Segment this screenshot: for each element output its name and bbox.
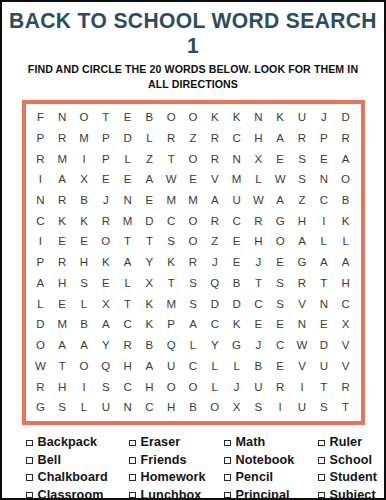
grid-cell[interactable]: C	[313, 190, 335, 211]
grid-cell[interactable]: H	[51, 376, 73, 397]
word-label: Ruler	[330, 435, 363, 449]
word-label: Principal	[236, 488, 290, 500]
grid-cell[interactable]: P	[30, 252, 52, 273]
grid-cell[interactable]: L	[138, 127, 160, 148]
grid-cell[interactable]: I	[30, 169, 52, 190]
grid-cell[interactable]: D	[138, 210, 160, 231]
grid-cell[interactable]: L	[204, 376, 226, 397]
word-list-item: Eraser	[129, 434, 224, 451]
grid-cell[interactable]: M	[226, 169, 248, 190]
grid-cell[interactable]: R	[95, 210, 117, 231]
word-label: Backpack	[38, 435, 98, 449]
word-checkbox[interactable]	[224, 474, 231, 481]
grid-cell[interactable]: W	[269, 169, 291, 190]
grid-cell[interactable]: A	[291, 231, 313, 252]
grid-cell[interactable]: C	[335, 293, 357, 314]
word-list-column: BackpackBellChalkboardClassroomDesk	[26, 434, 129, 500]
word-list-item: Bell	[26, 451, 129, 468]
grid-cell[interactable]: O	[182, 148, 204, 169]
grid-cell[interactable]: R	[335, 376, 357, 397]
grid-cell[interactable]: T	[117, 231, 139, 252]
word-checkbox[interactable]	[224, 440, 231, 447]
grid-cell[interactable]: O	[73, 356, 95, 377]
grid-cell[interactable]: L	[117, 273, 139, 294]
grid-cell[interactable]: C	[269, 335, 291, 356]
word-checkbox[interactable]	[318, 492, 325, 499]
grid-cell[interactable]: X	[73, 169, 95, 190]
word-list-item: Classroom	[26, 486, 129, 500]
grid-cell[interactable]: A	[138, 169, 160, 190]
grid-cell[interactable]: E	[182, 169, 204, 190]
grid-cell[interactable]: J	[313, 107, 335, 128]
grid-cell[interactable]: P	[160, 314, 182, 335]
word-list-item: Ruler	[318, 434, 378, 451]
grid-cell[interactable]: N	[313, 169, 335, 190]
grid-cell[interactable]: L	[335, 231, 357, 252]
grid-cell[interactable]: Q	[160, 335, 182, 356]
grid-cell[interactable]: O	[160, 376, 182, 397]
grid-cell[interactable]: K	[204, 107, 226, 128]
grid-cell[interactable]: S	[182, 273, 204, 294]
grid-cell[interactable]: E	[269, 356, 291, 377]
grid-cell[interactable]: Y	[95, 335, 117, 356]
grid-cell[interactable]: R	[182, 252, 204, 273]
grid-cell[interactable]: T	[117, 293, 139, 314]
grid-cell[interactable]: I	[313, 210, 335, 231]
grid-cell[interactable]: K	[269, 107, 291, 128]
grid-cell[interactable]: X	[95, 293, 117, 314]
word-label: Friends	[141, 453, 187, 467]
grid-cell[interactable]: C	[226, 127, 248, 148]
grid-cell[interactable]: L	[226, 356, 248, 377]
grid-cell[interactable]: O	[30, 335, 52, 356]
grid-cell[interactable]: K	[335, 210, 357, 231]
grid-cell[interactable]: H	[51, 273, 73, 294]
grid-cell[interactable]: X	[247, 148, 269, 169]
page-title: BACK TO SCHOOL WORD SEARCH 1	[2, 8, 384, 59]
word-label: Pencil	[236, 470, 274, 484]
grid-cell[interactable]: T	[160, 273, 182, 294]
grid-cell[interactable]: E	[51, 231, 73, 252]
grid-cell[interactable]: C	[30, 210, 52, 231]
grid-cell[interactable]: M	[51, 148, 73, 169]
grid-cell[interactable]: N	[51, 107, 73, 128]
grid-cell[interactable]: I	[291, 376, 313, 397]
grid-cell[interactable]: N	[226, 148, 248, 169]
word-checkbox[interactable]	[129, 457, 136, 464]
grid-cell[interactable]: L	[182, 335, 204, 356]
grid-cell[interactable]: H	[117, 356, 139, 377]
grid-cell[interactable]: W	[160, 169, 182, 190]
grid-cell[interactable]: E	[73, 231, 95, 252]
grid-cell[interactable]: U	[313, 356, 335, 377]
grid-cell[interactable]: K	[51, 210, 73, 231]
grid-cell[interactable]: R	[30, 376, 52, 397]
grid-cell[interactable]: F	[30, 107, 52, 128]
grid-cell[interactable]: Y	[138, 252, 160, 273]
grid-cell[interactable]: T	[95, 107, 117, 128]
grid-cell[interactable]: B	[73, 190, 95, 211]
grid-cell[interactable]: C	[204, 314, 226, 335]
grid-cell[interactable]: U	[160, 356, 182, 377]
grid-cell[interactable]: J	[204, 252, 226, 273]
grid-cell[interactable]: Z	[138, 148, 160, 169]
grid-cell[interactable]: O	[182, 107, 204, 128]
grid-cell[interactable]: V	[204, 169, 226, 190]
word-search-grid[interactable]: FNOTEBOOKKNKUJDPRMPDLRZRCHARPRRMIPLZTORN…	[22, 100, 365, 425]
grid-cell[interactable]: S	[51, 397, 73, 418]
grid-cell[interactable]: A	[95, 314, 117, 335]
grid-cell[interactable]: R	[291, 273, 313, 294]
word-list-item: Subject	[318, 486, 378, 500]
grid-cell[interactable]: O	[182, 231, 204, 252]
grid-cell[interactable]: B	[138, 335, 160, 356]
worksheet-page: BACK TO SCHOOL WORD SEARCH 1 FIND AND CI…	[2, 9, 384, 500]
word-label: Lunchbox	[141, 488, 202, 500]
grid-cell[interactable]: R	[204, 127, 226, 148]
grid-cell[interactable]: O	[182, 376, 204, 397]
grid-cell[interactable]: L	[117, 148, 139, 169]
grid-cell[interactable]: R	[291, 127, 313, 148]
grid-cell[interactable]: S	[95, 376, 117, 397]
grid-cell[interactable]: D	[335, 107, 357, 128]
grid-cell[interactable]: D	[226, 293, 248, 314]
grid-cell[interactable]: K	[160, 252, 182, 273]
word-label: Chalkboard	[38, 470, 108, 484]
grid-cell[interactable]: L	[313, 231, 335, 252]
word-list-item: Principal	[224, 486, 318, 500]
word-checkbox[interactable]	[318, 474, 325, 481]
grid-cell[interactable]: Z	[182, 127, 204, 148]
grid-cell[interactable]: J	[95, 190, 117, 211]
grid-cell[interactable]: N	[117, 397, 139, 418]
grid-cell[interactable]: U	[291, 397, 313, 418]
word-list-item: Backpack	[26, 434, 129, 451]
word-list-item: Chalkboard	[26, 469, 129, 486]
grid-cell[interactable]: A	[335, 252, 357, 273]
grid-cell[interactable]: B	[138, 107, 160, 128]
grid-cell[interactable]: R	[335, 127, 357, 148]
grid-cell[interactable]: T	[247, 273, 269, 294]
word-checkbox[interactable]	[129, 440, 136, 447]
word-label: Math	[236, 435, 266, 449]
word-checkbox[interactable]	[26, 474, 33, 481]
grid-cell[interactable]: O	[73, 107, 95, 128]
grid-cell[interactable]: T	[335, 397, 357, 418]
instructions-text: FIND AND CIRCLE THE 20 WORDS BELOW. LOOK…	[22, 62, 364, 93]
grid-cell[interactable]: L	[73, 293, 95, 314]
word-checkbox[interactable]	[26, 457, 33, 464]
word-checkbox[interactable]	[26, 440, 33, 447]
grid-cell[interactable]: H	[291, 210, 313, 231]
grid-cell[interactable]: C	[160, 210, 182, 231]
word-checkbox[interactable]	[26, 492, 33, 499]
grid-cell[interactable]: C	[117, 376, 139, 397]
grid-cell[interactable]: Z	[291, 190, 313, 211]
grid-cell[interactable]: D	[117, 127, 139, 148]
grid-cell[interactable]: C	[226, 210, 248, 231]
word-list: BackpackBellChalkboardClassroomDeskErase…	[26, 434, 372, 500]
grid-cell[interactable]: E	[269, 314, 291, 335]
grid-cell[interactable]: E	[313, 314, 335, 335]
grid-cell[interactable]: P	[95, 148, 117, 169]
word-list-item: Lunchbox	[129, 486, 224, 500]
grid-cell[interactable]: O	[269, 231, 291, 252]
grid-cell[interactable]: C	[117, 314, 139, 335]
grid-cell[interactable]: E	[138, 190, 160, 211]
grid-cell[interactable]: X	[226, 397, 248, 418]
grid-cell[interactable]: E	[247, 314, 269, 335]
word-checkbox[interactable]	[318, 440, 325, 447]
grid-cell[interactable]: K	[138, 314, 160, 335]
word-list-item: Pencil	[224, 469, 318, 486]
grid-cell[interactable]: S	[291, 169, 313, 190]
grid-cell[interactable]: K	[226, 314, 248, 335]
grid-cell[interactable]: M	[73, 127, 95, 148]
grid-cell[interactable]: S	[269, 273, 291, 294]
grid-cell[interactable]: N	[291, 314, 313, 335]
grid-cell[interactable]: K	[95, 252, 117, 273]
word-label: Student	[330, 470, 378, 484]
grid-cell[interactable]: R	[247, 210, 269, 231]
grid-cell[interactable]: A	[117, 252, 139, 273]
grid-cell[interactable]: O	[204, 397, 226, 418]
grid-cell[interactable]: B	[247, 356, 269, 377]
grid-cell[interactable]: E	[226, 231, 248, 252]
grid-cell[interactable]: V	[335, 356, 357, 377]
grid-cell[interactable]: N	[30, 190, 52, 211]
grid-cell[interactable]: P	[95, 127, 117, 148]
word-list-item: School	[318, 451, 378, 468]
grid-cell[interactable]: M	[51, 314, 73, 335]
word-checkbox[interactable]	[129, 474, 136, 481]
grid-cell[interactable]: Q	[204, 273, 226, 294]
grid-cell[interactable]: D	[204, 293, 226, 314]
grid-cell[interactable]: O	[182, 210, 204, 231]
word-checkbox[interactable]	[129, 492, 136, 499]
grid-cell[interactable]: I	[73, 376, 95, 397]
grid-cell[interactable]: N	[313, 293, 335, 314]
grid-cell[interactable]: R	[51, 190, 73, 211]
grid-cell[interactable]: L	[247, 169, 269, 190]
grid-cell[interactable]: B	[182, 397, 204, 418]
grid-cell[interactable]: L	[204, 356, 226, 377]
grid-cell[interactable]: G	[226, 335, 248, 356]
grid-cell[interactable]: L	[30, 293, 52, 314]
grid-cell[interactable]: H	[247, 127, 269, 148]
grid-cell[interactable]: W	[30, 356, 52, 377]
grid-cell[interactable]: T	[51, 356, 73, 377]
grid-cell[interactable]: R	[30, 148, 52, 169]
grid-cell[interactable]: B	[226, 273, 248, 294]
grid-cell[interactable]: J	[226, 376, 248, 397]
grid-cell[interactable]: E	[313, 148, 335, 169]
grid-cell[interactable]: V	[335, 335, 357, 356]
grid-cell[interactable]: R	[117, 335, 139, 356]
word-list-item: Student	[318, 469, 378, 486]
word-list-column: RulerSchoolStudentSubjectTeacher	[318, 434, 378, 500]
grid-cell[interactable]: R	[204, 210, 226, 231]
grid-cell[interactable]: A	[269, 127, 291, 148]
grid-cell[interactable]: A	[335, 148, 357, 169]
grid-cell[interactable]: K	[73, 210, 95, 231]
word-label: Classroom	[38, 488, 104, 500]
grid-cell[interactable]: J	[247, 335, 269, 356]
grid-cell[interactable]: U	[226, 190, 248, 211]
grid-cell[interactable]: T	[138, 231, 160, 252]
word-label: Eraser	[141, 435, 181, 449]
grid-cell[interactable]: S	[247, 397, 269, 418]
grid-cell[interactable]: O	[160, 107, 182, 128]
grid-cell[interactable]: H	[247, 231, 269, 252]
grid-cell[interactable]: R	[204, 148, 226, 169]
grid-cell[interactable]: S	[182, 293, 204, 314]
grid-cell[interactable]: X	[138, 273, 160, 294]
grid-cell[interactable]: E	[95, 273, 117, 294]
grid-cell[interactable]: Z	[204, 231, 226, 252]
grid-cell[interactable]: T	[313, 376, 335, 397]
grid-cell[interactable]: K	[226, 107, 248, 128]
grid-cell[interactable]: U	[291, 107, 313, 128]
grid-cell[interactable]: E	[51, 293, 73, 314]
grid-cell[interactable]: A	[269, 190, 291, 211]
grid-cell[interactable]: J	[247, 252, 269, 273]
grid-cell[interactable]: D	[30, 314, 52, 335]
grid-cell[interactable]: G	[269, 210, 291, 231]
grid-cell[interactable]: P	[30, 127, 52, 148]
grid-cell[interactable]: Y	[204, 335, 226, 356]
grid-cell[interactable]: P	[313, 127, 335, 148]
grid-cell[interactable]: R	[160, 127, 182, 148]
word-checkbox[interactable]	[318, 457, 325, 464]
grid-cell[interactable]: B	[73, 314, 95, 335]
grid-cell[interactable]: H	[160, 397, 182, 418]
grid-cell[interactable]: G	[291, 252, 313, 273]
grid-cell[interactable]: W	[247, 190, 269, 211]
grid-cell[interactable]: B	[335, 190, 357, 211]
word-list-column: EraserFriendsHomeworkLunchboxMarker	[129, 434, 224, 500]
grid-cell[interactable]: S	[291, 148, 313, 169]
grid-cell[interactable]: X	[335, 314, 357, 335]
grid-cell[interactable]: S	[313, 397, 335, 418]
grid-cell[interactable]: I	[73, 148, 95, 169]
grid-cell[interactable]: E	[95, 169, 117, 190]
word-checkbox[interactable]	[224, 492, 231, 499]
grid-cell[interactable]: H	[335, 273, 357, 294]
grid-cell[interactable]: R	[269, 376, 291, 397]
word-label: Notebook	[236, 453, 295, 467]
grid-cell[interactable]: R	[51, 252, 73, 273]
grid-cell[interactable]: E	[269, 148, 291, 169]
grid-cell[interactable]: S	[269, 293, 291, 314]
word-list-column: MathNotebookPencilPrincipalRecess	[224, 434, 318, 500]
grid-cell[interactable]: R	[51, 127, 73, 148]
grid-cell[interactable]: A	[51, 169, 73, 190]
grid-cell[interactable]: A	[138, 356, 160, 377]
grid-cell[interactable]: M	[160, 190, 182, 211]
grid-cell[interactable]: A	[51, 335, 73, 356]
grid-cell[interactable]: C	[247, 293, 269, 314]
grid-cell[interactable]: E	[117, 169, 139, 190]
grid-cell[interactable]: H	[73, 252, 95, 273]
grid-cell[interactable]: S	[160, 231, 182, 252]
grid-cell[interactable]: S	[73, 273, 95, 294]
word-label: School	[330, 453, 373, 467]
grid-cell[interactable]: D	[313, 335, 335, 356]
grid-cell[interactable]: M	[182, 190, 204, 211]
grid-cell[interactable]: U	[247, 376, 269, 397]
grid-cell[interactable]: M	[160, 293, 182, 314]
grid-cell[interactable]: G	[30, 397, 52, 418]
grid-cell[interactable]: A	[73, 335, 95, 356]
grid-cell[interactable]: A	[30, 273, 52, 294]
grid-cell[interactable]: T	[313, 273, 335, 294]
word-label: Homework	[141, 470, 206, 484]
word-list-item: Friends	[129, 451, 224, 468]
grid-cell[interactable]: A	[313, 252, 335, 273]
word-label: Bell	[38, 453, 62, 467]
grid-cell[interactable]: L	[73, 397, 95, 418]
word-list-item: Notebook	[224, 451, 318, 468]
grid-cell[interactable]: O	[335, 169, 357, 190]
grid-cell[interactable]: N	[117, 190, 139, 211]
grid-cell[interactable]: E	[269, 252, 291, 273]
grid-cell[interactable]: I	[269, 397, 291, 418]
grid-cell[interactable]: W	[291, 335, 313, 356]
grid-cell[interactable]: A	[204, 190, 226, 211]
grid-cell[interactable]: M	[117, 210, 139, 231]
grid-cell[interactable]: Q	[95, 356, 117, 377]
word-checkbox[interactable]	[224, 457, 231, 464]
grid-cell[interactable]: V	[291, 356, 313, 377]
word-list-item: Math	[224, 434, 318, 451]
word-label: Subject	[330, 488, 376, 500]
grid-cell[interactable]: C	[138, 397, 160, 418]
grid-cell[interactable]: U	[95, 397, 117, 418]
grid-cell[interactable]: T	[160, 148, 182, 169]
grid-cell[interactable]: C	[182, 356, 204, 377]
grid-cell[interactable]: V	[291, 293, 313, 314]
grid-cell[interactable]: E	[226, 252, 248, 273]
grid-cell[interactable]: H	[138, 376, 160, 397]
grid-cell[interactable]: A	[182, 314, 204, 335]
grid-cell[interactable]: I	[30, 231, 52, 252]
word-list-item: Homework	[129, 469, 224, 486]
grid-cell[interactable]: E	[117, 107, 139, 128]
grid-cell[interactable]: K	[138, 293, 160, 314]
grid-cell[interactable]: N	[247, 107, 269, 128]
grid-cell[interactable]: O	[95, 231, 117, 252]
